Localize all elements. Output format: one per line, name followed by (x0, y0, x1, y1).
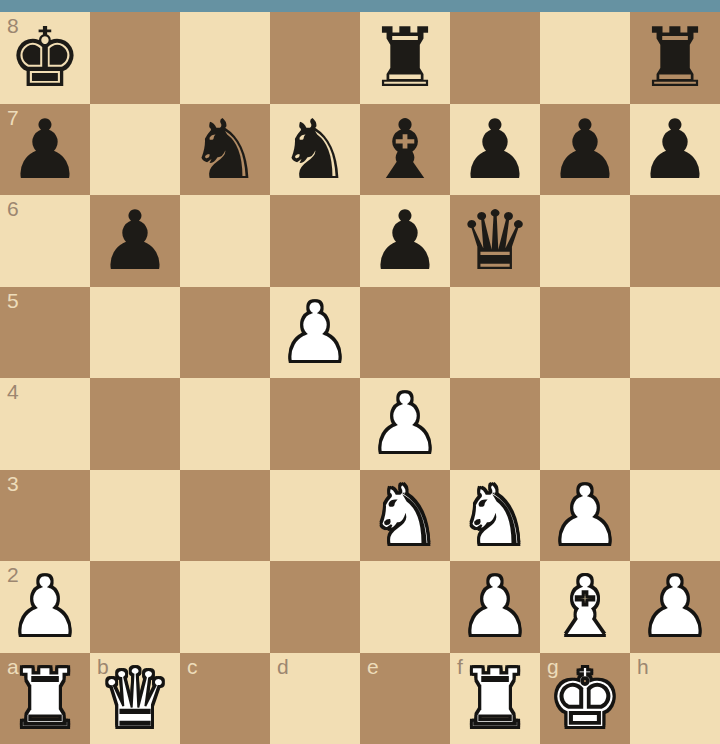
square-h2[interactable]: ♟ (630, 561, 720, 653)
square-f7[interactable]: ♟ (450, 104, 540, 196)
square-h5[interactable] (630, 287, 720, 379)
piece-black-queen-f6[interactable]: ♛ (458, 195, 532, 287)
piece-white-pawn-g3[interactable]: ♟ (548, 470, 622, 562)
square-f1[interactable]: f♜ (450, 653, 540, 744)
piece-black-rook-h8[interactable]: ♜ (638, 12, 712, 104)
square-h8[interactable]: ♜ (630, 12, 720, 104)
square-a5[interactable]: 5 (0, 287, 90, 379)
rank-label-4: 4 (7, 381, 19, 402)
piece-white-knight-f3[interactable]: ♞ (458, 470, 532, 562)
square-h3[interactable] (630, 470, 720, 562)
chess-board: 8♚♜♜7♟♞♞♝♟♟♟6♟♟♛5♟4♟3♞♞♟2♟♟♝♟a♜b♛cdef♜g♚… (0, 12, 720, 744)
piece-black-pawn-b6[interactable]: ♟ (98, 195, 172, 287)
piece-black-king-a8[interactable]: ♚ (8, 12, 82, 104)
square-b8[interactable] (90, 12, 180, 104)
square-f6[interactable]: ♛ (450, 195, 540, 287)
square-g4[interactable] (540, 378, 630, 470)
rank-label-5: 5 (7, 290, 19, 311)
square-g7[interactable]: ♟ (540, 104, 630, 196)
piece-white-pawn-f2[interactable]: ♟ (458, 561, 532, 653)
file-label-d: d (277, 656, 289, 677)
square-e8[interactable]: ♜ (360, 12, 450, 104)
square-b1[interactable]: b♛ (90, 653, 180, 744)
square-b6[interactable]: ♟ (90, 195, 180, 287)
square-g2[interactable]: ♝ (540, 561, 630, 653)
piece-white-pawn-d5[interactable]: ♟ (278, 287, 352, 379)
square-h6[interactable] (630, 195, 720, 287)
square-c5[interactable] (180, 287, 270, 379)
square-e4[interactable]: ♟ (360, 378, 450, 470)
square-g1[interactable]: g♚ (540, 653, 630, 744)
piece-black-bishop-e7[interactable]: ♝ (368, 104, 442, 196)
square-f8[interactable] (450, 12, 540, 104)
square-a3[interactable]: 3 (0, 470, 90, 562)
square-e5[interactable] (360, 287, 450, 379)
piece-white-pawn-a2[interactable]: ♟ (8, 561, 82, 653)
square-h4[interactable] (630, 378, 720, 470)
square-a8[interactable]: 8♚ (0, 12, 90, 104)
square-c4[interactable] (180, 378, 270, 470)
piece-black-pawn-g7[interactable]: ♟ (548, 104, 622, 196)
piece-white-pawn-e4[interactable]: ♟ (368, 378, 442, 470)
square-e6[interactable]: ♟ (360, 195, 450, 287)
piece-white-queen-b1[interactable]: ♛ (98, 653, 172, 744)
square-b2[interactable] (90, 561, 180, 653)
square-f2[interactable]: ♟ (450, 561, 540, 653)
rank-label-6: 6 (7, 198, 19, 219)
piece-black-knight-c7[interactable]: ♞ (188, 104, 262, 196)
square-b3[interactable] (90, 470, 180, 562)
square-d3[interactable] (270, 470, 360, 562)
piece-white-rook-f1[interactable]: ♜ (458, 653, 532, 744)
square-e3[interactable]: ♞ (360, 470, 450, 562)
piece-black-pawn-h7[interactable]: ♟ (638, 104, 712, 196)
square-d8[interactable] (270, 12, 360, 104)
square-e1[interactable]: e (360, 653, 450, 744)
square-a2[interactable]: 2♟ (0, 561, 90, 653)
piece-white-bishop-g2[interactable]: ♝ (548, 561, 622, 653)
square-d7[interactable]: ♞ (270, 104, 360, 196)
square-e7[interactable]: ♝ (360, 104, 450, 196)
square-c7[interactable]: ♞ (180, 104, 270, 196)
file-label-c: c (187, 656, 198, 677)
square-e2[interactable] (360, 561, 450, 653)
piece-white-rook-a1[interactable]: ♜ (8, 653, 82, 744)
piece-black-pawn-f7[interactable]: ♟ (458, 104, 532, 196)
square-c2[interactable] (180, 561, 270, 653)
square-g6[interactable] (540, 195, 630, 287)
square-a7[interactable]: 7♟ (0, 104, 90, 196)
piece-white-pawn-h2[interactable]: ♟ (638, 561, 712, 653)
square-d6[interactable] (270, 195, 360, 287)
piece-white-knight-e3[interactable]: ♞ (368, 470, 442, 562)
square-c3[interactable] (180, 470, 270, 562)
status-bar (0, 0, 720, 12)
square-c8[interactable] (180, 12, 270, 104)
square-d1[interactable]: d (270, 653, 360, 744)
square-b4[interactable] (90, 378, 180, 470)
square-d2[interactable] (270, 561, 360, 653)
square-f3[interactable]: ♞ (450, 470, 540, 562)
square-f5[interactable] (450, 287, 540, 379)
piece-black-rook-e8[interactable]: ♜ (368, 12, 442, 104)
file-label-e: e (367, 656, 379, 677)
piece-white-king-g1[interactable]: ♚ (548, 653, 622, 744)
square-a4[interactable]: 4 (0, 378, 90, 470)
piece-black-pawn-e6[interactable]: ♟ (368, 195, 442, 287)
square-c6[interactable] (180, 195, 270, 287)
square-h7[interactable]: ♟ (630, 104, 720, 196)
square-a6[interactable]: 6 (0, 195, 90, 287)
square-g3[interactable]: ♟ (540, 470, 630, 562)
piece-black-knight-d7[interactable]: ♞ (278, 104, 352, 196)
square-f4[interactable] (450, 378, 540, 470)
rank-label-3: 3 (7, 473, 19, 494)
square-b7[interactable] (90, 104, 180, 196)
square-g8[interactable] (540, 12, 630, 104)
square-c1[interactable]: c (180, 653, 270, 744)
file-label-h: h (637, 656, 649, 677)
square-a1[interactable]: a♜ (0, 653, 90, 744)
square-g5[interactable] (540, 287, 630, 379)
square-b5[interactable] (90, 287, 180, 379)
square-h1[interactable]: h (630, 653, 720, 744)
piece-black-pawn-a7[interactable]: ♟ (8, 104, 82, 196)
square-d4[interactable] (270, 378, 360, 470)
square-d5[interactable]: ♟ (270, 287, 360, 379)
